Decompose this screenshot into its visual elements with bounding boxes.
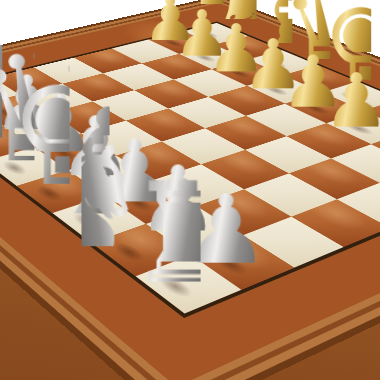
scene: ♜♞♝♛♚♝♞♜♟♟♟♟♟♟♟♟♟♟♟♟♟♟♟♟♜♞♝♛♚♝♞♜	[0, 0, 380, 380]
piece-white-rook: ♜	[126, 174, 201, 292]
chess-table: ♜♞♝♛♚♝♞♜♟♟♟♟♟♟♟♟♟♟♟♟♟♟♟♟♜♞♝♛♚♝♞♜	[0, 0, 380, 380]
chess-table-photo: ♜♞♝♛♚♝♞♜♟♟♟♟♟♟♟♟♟♟♟♟♟♟♟♟♜♞♝♛♚♝♞♜	[0, 0, 380, 380]
piece-black-pawn: ♟	[368, 88, 380, 154]
